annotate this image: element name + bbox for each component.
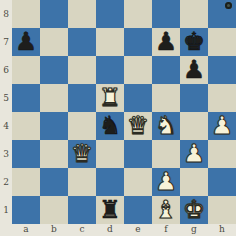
square-a6[interactable]: [12, 56, 40, 84]
rank-label-8: 8: [0, 0, 12, 28]
square-b4[interactable]: [40, 112, 68, 140]
square-h4[interactable]: ♟: [208, 112, 236, 140]
square-d2[interactable]: [96, 168, 124, 196]
square-g8[interactable]: [180, 0, 208, 28]
file-labels: abcdefgh: [12, 224, 236, 236]
piece-white-queen[interactable]: ♛: [124, 112, 152, 140]
rank-label-6: 6: [0, 56, 12, 84]
square-c1[interactable]: [68, 196, 96, 224]
square-h7[interactable]: [208, 28, 236, 56]
square-a8[interactable]: [12, 0, 40, 28]
piece-black-rook[interactable]: ♜: [96, 196, 124, 224]
square-d3[interactable]: [96, 140, 124, 168]
chess-board-app: 87654321 ♟♟♚♟♜♞♛♞♟♛♟♟♜♝♚ abcdefgh: [0, 0, 236, 236]
square-f7[interactable]: ♟: [152, 28, 180, 56]
square-e5[interactable]: [124, 84, 152, 112]
square-d5[interactable]: ♜: [96, 84, 124, 112]
piece-white-pawn[interactable]: ♟: [208, 112, 236, 140]
piece-black-knight[interactable]: ♞: [96, 112, 124, 140]
rank-label-4: 4: [0, 112, 12, 140]
square-c4[interactable]: [68, 112, 96, 140]
square-f6[interactable]: [152, 56, 180, 84]
square-b5[interactable]: [40, 84, 68, 112]
square-a3[interactable]: [12, 140, 40, 168]
square-g7[interactable]: ♚: [180, 28, 208, 56]
rank-label-2: 2: [0, 168, 12, 196]
square-b6[interactable]: [40, 56, 68, 84]
square-c5[interactable]: [68, 84, 96, 112]
square-c2[interactable]: [68, 168, 96, 196]
square-b1[interactable]: [40, 196, 68, 224]
square-f8[interactable]: [152, 0, 180, 28]
rank-label-1: 1: [0, 196, 12, 224]
square-c3[interactable]: ♛: [68, 140, 96, 168]
piece-black-pawn[interactable]: ♟: [180, 56, 208, 84]
black-to-move-indicator-dot: [225, 2, 232, 9]
rank-label-7: 7: [0, 28, 12, 56]
square-g2[interactable]: [180, 168, 208, 196]
piece-white-pawn[interactable]: ♟: [152, 168, 180, 196]
square-d7[interactable]: [96, 28, 124, 56]
square-a4[interactable]: [12, 112, 40, 140]
square-h6[interactable]: [208, 56, 236, 84]
square-b2[interactable]: [40, 168, 68, 196]
square-g3[interactable]: ♟: [180, 140, 208, 168]
square-a7[interactable]: ♟: [12, 28, 40, 56]
file-label-g: g: [180, 224, 208, 236]
piece-black-pawn[interactable]: ♟: [12, 28, 40, 56]
square-a5[interactable]: [12, 84, 40, 112]
square-c8[interactable]: [68, 0, 96, 28]
square-e7[interactable]: [124, 28, 152, 56]
square-b7[interactable]: [40, 28, 68, 56]
square-c6[interactable]: [68, 56, 96, 84]
square-d6[interactable]: [96, 56, 124, 84]
square-h5[interactable]: [208, 84, 236, 112]
square-d1[interactable]: ♜: [96, 196, 124, 224]
file-label-e: e: [124, 224, 152, 236]
square-a2[interactable]: [12, 168, 40, 196]
square-e8[interactable]: [124, 0, 152, 28]
file-label-f: f: [152, 224, 180, 236]
square-f1[interactable]: ♝: [152, 196, 180, 224]
file-label-a: a: [12, 224, 40, 236]
square-d8[interactable]: [96, 0, 124, 28]
square-g6[interactable]: ♟: [180, 56, 208, 84]
square-f3[interactable]: [152, 140, 180, 168]
square-e1[interactable]: [124, 196, 152, 224]
piece-white-king[interactable]: ♚: [180, 196, 208, 224]
file-label-d: d: [96, 224, 124, 236]
square-c7[interactable]: [68, 28, 96, 56]
square-e4[interactable]: ♛: [124, 112, 152, 140]
piece-white-pawn[interactable]: ♟: [180, 140, 208, 168]
file-label-c: c: [68, 224, 96, 236]
square-e6[interactable]: [124, 56, 152, 84]
file-label-h: h: [208, 224, 236, 236]
square-g1[interactable]: ♚: [180, 196, 208, 224]
piece-black-king[interactable]: ♚: [180, 28, 208, 56]
square-g5[interactable]: [180, 84, 208, 112]
square-h3[interactable]: [208, 140, 236, 168]
square-d4[interactable]: ♞: [96, 112, 124, 140]
square-g4[interactable]: [180, 112, 208, 140]
square-e2[interactable]: [124, 168, 152, 196]
chess-board[interactable]: ♟♟♚♟♜♞♛♞♟♛♟♟♜♝♚: [12, 0, 236, 224]
rank-labels: 87654321: [0, 0, 12, 224]
file-label-b: b: [40, 224, 68, 236]
piece-white-knight[interactable]: ♞: [152, 112, 180, 140]
rank-label-5: 5: [0, 84, 12, 112]
square-a1[interactable]: [12, 196, 40, 224]
square-e3[interactable]: [124, 140, 152, 168]
square-f4[interactable]: ♞: [152, 112, 180, 140]
square-f5[interactable]: [152, 84, 180, 112]
piece-black-pawn[interactable]: ♟: [152, 28, 180, 56]
piece-white-queen[interactable]: ♛: [68, 140, 96, 168]
square-b3[interactable]: [40, 140, 68, 168]
square-h1[interactable]: [208, 196, 236, 224]
piece-white-bishop[interactable]: ♝: [152, 196, 180, 224]
piece-white-rook[interactable]: ♜: [96, 84, 124, 112]
square-h2[interactable]: [208, 168, 236, 196]
square-b8[interactable]: [40, 0, 68, 28]
rank-label-3: 3: [0, 140, 12, 168]
square-f2[interactable]: ♟: [152, 168, 180, 196]
